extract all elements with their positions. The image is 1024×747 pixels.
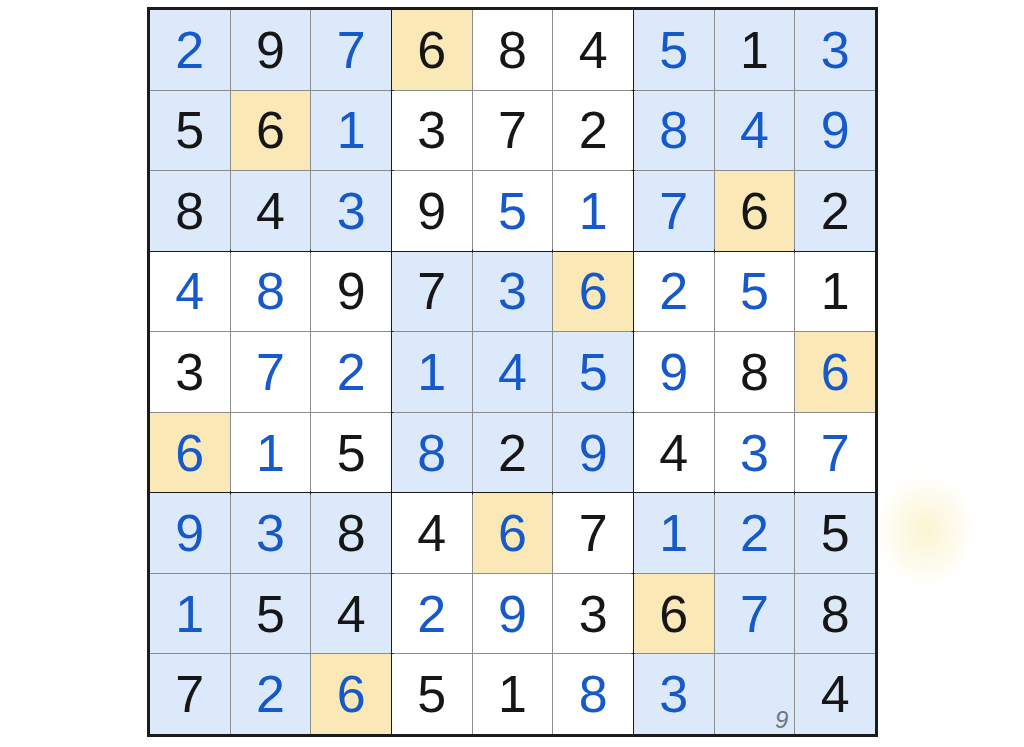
cell-r9c1[interactable]: 7 <box>150 654 230 734</box>
cell-r8c7[interactable]: 6 <box>634 574 714 654</box>
cell-r7c3[interactable]: 8 <box>311 493 391 573</box>
entered-digit: 2 <box>659 265 688 317</box>
entered-digit: 5 <box>498 185 527 237</box>
cell-r4c3[interactable]: 9 <box>311 252 391 332</box>
cell-r7c8[interactable]: 2 <box>715 493 795 573</box>
entered-digit: 8 <box>256 265 285 317</box>
cell-r3c3[interactable]: 3 <box>311 171 391 251</box>
cell-r8c2[interactable]: 5 <box>231 574 311 654</box>
entered-digit: 2 <box>256 668 285 720</box>
given-digit: 6 <box>417 24 446 76</box>
cell-r2c4[interactable]: 3 <box>392 91 472 171</box>
cell-r9c2[interactable]: 2 <box>231 654 311 734</box>
cell-r4c5[interactable]: 3 <box>473 252 553 332</box>
cell-r1c3[interactable]: 7 <box>311 10 391 90</box>
cell-r6c6[interactable]: 9 <box>553 413 633 493</box>
entered-digit: 2 <box>417 588 446 640</box>
cell-r6c2[interactable]: 1 <box>231 413 311 493</box>
given-digit: 7 <box>175 668 204 720</box>
cell-r7c4[interactable]: 4 <box>392 493 472 573</box>
cell-r5c5[interactable]: 4 <box>473 332 553 412</box>
entered-digit: 5 <box>579 346 608 398</box>
entered-digit: 9 <box>175 507 204 559</box>
entered-digit: 8 <box>417 427 446 479</box>
entered-digit: 2 <box>175 24 204 76</box>
entered-digit: 6 <box>175 427 204 479</box>
entered-digit: 2 <box>740 507 769 559</box>
cell-r6c4[interactable]: 8 <box>392 413 472 493</box>
cell-r3c6[interactable]: 1 <box>553 171 633 251</box>
entered-digit: 6 <box>579 265 608 317</box>
entered-digit: 9 <box>659 346 688 398</box>
given-digit: 9 <box>256 24 285 76</box>
cell-r4c1[interactable]: 4 <box>150 252 230 332</box>
entered-digit: 6 <box>337 668 366 720</box>
entered-digit: 5 <box>659 24 688 76</box>
entered-digit: 3 <box>337 185 366 237</box>
given-digit: 2 <box>579 104 608 156</box>
given-digit: 9 <box>417 185 446 237</box>
cell-r9c5[interactable]: 1 <box>473 654 553 734</box>
given-digit: 5 <box>417 668 446 720</box>
cell-r5c1[interactable]: 3 <box>150 332 230 412</box>
given-digit: 6 <box>256 104 285 156</box>
cell-r1c1[interactable]: 2 <box>150 10 230 90</box>
given-digit: 6 <box>740 185 769 237</box>
cell-r1c9[interactable]: 3 <box>795 10 875 90</box>
cell-r7c2[interactable]: 3 <box>231 493 311 573</box>
entered-digit: 1 <box>417 346 446 398</box>
given-digit: 2 <box>498 427 527 479</box>
entered-digit: 6 <box>821 346 850 398</box>
cell-r8c9[interactable]: 8 <box>795 574 875 654</box>
cell-r1c4[interactable]: 6 <box>392 10 472 90</box>
given-digit: 7 <box>417 265 446 317</box>
entered-digit: 7 <box>821 427 850 479</box>
entered-digit: 5 <box>740 265 769 317</box>
entered-digit: 7 <box>740 588 769 640</box>
given-digit: 8 <box>175 185 204 237</box>
cell-r6c5[interactable]: 2 <box>473 413 553 493</box>
cell-r4c2[interactable]: 8 <box>231 252 311 332</box>
entered-digit: 1 <box>659 507 688 559</box>
cell-r7c5[interactable]: 6 <box>473 493 553 573</box>
cell-r5c2[interactable]: 7 <box>231 332 311 412</box>
cell-r9c6[interactable]: 8 <box>553 654 633 734</box>
given-digit: 7 <box>498 104 527 156</box>
given-digit: 1 <box>740 24 769 76</box>
given-digit: 8 <box>821 588 850 640</box>
given-digit: 5 <box>256 588 285 640</box>
cell-r4c7[interactable]: 2 <box>634 252 714 332</box>
cell-r1c7[interactable]: 5 <box>634 10 714 90</box>
cell-r3c4[interactable]: 9 <box>392 171 472 251</box>
cell-r4c6[interactable]: 6 <box>553 252 633 332</box>
cell-r1c6[interactable]: 4 <box>553 10 633 90</box>
cell-r2c1[interactable]: 5 <box>150 91 230 171</box>
entered-digit: 3 <box>821 24 850 76</box>
cell-r1c2[interactable]: 9 <box>231 10 311 90</box>
pencil-mark: 9 <box>775 708 788 732</box>
entered-digit: 3 <box>256 507 285 559</box>
entered-digit: 8 <box>579 668 608 720</box>
cell-r1c5[interactable]: 8 <box>473 10 553 90</box>
cell-r9c4[interactable]: 5 <box>392 654 472 734</box>
given-digit: 5 <box>821 507 850 559</box>
given-digit: 7 <box>579 507 608 559</box>
cell-r8c6[interactable]: 3 <box>553 574 633 654</box>
cell-r2c9[interactable]: 9 <box>795 91 875 171</box>
entered-digit: 9 <box>498 588 527 640</box>
entered-digit: 7 <box>337 24 366 76</box>
given-digit: 8 <box>337 507 366 559</box>
cell-r6c9[interactable]: 7 <box>795 413 875 493</box>
cell-r5c4[interactable]: 1 <box>392 332 472 412</box>
cell-r6c7[interactable]: 4 <box>634 413 714 493</box>
given-digit: 8 <box>740 346 769 398</box>
entered-digit: 3 <box>740 427 769 479</box>
given-digit: 1 <box>821 265 850 317</box>
entered-digit: 7 <box>659 185 688 237</box>
cell-r3c2[interactable]: 4 <box>231 171 311 251</box>
cell-r6c8[interactable]: 3 <box>715 413 795 493</box>
cell-r7c7[interactable]: 1 <box>634 493 714 573</box>
entered-digit: 1 <box>337 104 366 156</box>
entered-digit: 9 <box>579 427 608 479</box>
entered-digit: 1 <box>579 185 608 237</box>
given-digit: 3 <box>417 104 446 156</box>
given-digit: 5 <box>175 104 204 156</box>
given-digit: 8 <box>498 24 527 76</box>
entered-digit: 4 <box>498 346 527 398</box>
entered-digit: 8 <box>659 104 688 156</box>
entered-digit: 4 <box>175 265 204 317</box>
entered-digit: 4 <box>740 104 769 156</box>
cell-r5c7[interactable]: 9 <box>634 332 714 412</box>
entered-digit: 3 <box>659 668 688 720</box>
cell-r2c6[interactable]: 2 <box>553 91 633 171</box>
cell-r8c3[interactable]: 4 <box>311 574 391 654</box>
cell-r8c4[interactable]: 2 <box>392 574 472 654</box>
cell-r6c3[interactable]: 5 <box>311 413 391 493</box>
cell-r4c4[interactable]: 7 <box>392 252 472 332</box>
given-digit: 4 <box>659 427 688 479</box>
cell-r5c3[interactable]: 2 <box>311 332 391 412</box>
entered-digit: 3 <box>498 265 527 317</box>
given-digit: 5 <box>337 427 366 479</box>
sudoku-board: 2976845135613728498439517624897362513721… <box>147 7 878 737</box>
cell-r4c9[interactable]: 1 <box>795 252 875 332</box>
given-digit: 1 <box>498 668 527 720</box>
given-digit: 4 <box>417 507 446 559</box>
cell-r3c8[interactable]: 6 <box>715 171 795 251</box>
cell-r3c5[interactable]: 5 <box>473 171 553 251</box>
given-digit: 9 <box>337 265 366 317</box>
entered-digit: 1 <box>256 427 285 479</box>
cell-r9c3[interactable]: 6 <box>311 654 391 734</box>
given-digit: 3 <box>175 346 204 398</box>
cell-r9c7[interactable]: 3 <box>634 654 714 734</box>
given-digit: 6 <box>659 588 688 640</box>
page-background: 2976845135613728498439517624897362513721… <box>0 0 1024 747</box>
cell-r4c8[interactable]: 5 <box>715 252 795 332</box>
cell-r7c1[interactable]: 9 <box>150 493 230 573</box>
given-digit: 4 <box>256 185 285 237</box>
entered-digit: 7 <box>256 346 285 398</box>
cell-r2c3[interactable]: 1 <box>311 91 391 171</box>
entered-digit: 9 <box>821 104 850 156</box>
given-digit: 4 <box>337 588 366 640</box>
cell-r8c8[interactable]: 7 <box>715 574 795 654</box>
cell-r3c7[interactable]: 7 <box>634 171 714 251</box>
cell-r7c9[interactable]: 5 <box>795 493 875 573</box>
given-digit: 4 <box>821 668 850 720</box>
cell-r1c8[interactable]: 1 <box>715 10 795 90</box>
cell-r3c9[interactable]: 2 <box>795 171 875 251</box>
given-digit: 2 <box>821 185 850 237</box>
given-digit: 3 <box>579 588 608 640</box>
cell-r3c1[interactable]: 8 <box>150 171 230 251</box>
entered-digit: 2 <box>337 346 366 398</box>
cell-r2c8[interactable]: 4 <box>715 91 795 171</box>
cell-r9c9[interactable]: 4 <box>795 654 875 734</box>
cell-r2c5[interactable]: 7 <box>473 91 553 171</box>
cell-r2c2[interactable]: 6 <box>231 91 311 171</box>
cell-r7c6[interactable]: 7 <box>553 493 633 573</box>
cell-r8c1[interactable]: 1 <box>150 574 230 654</box>
entered-digit: 1 <box>175 588 204 640</box>
cell-r5c8[interactable]: 8 <box>715 332 795 412</box>
cell-r9c8[interactable]: 9 <box>715 654 795 734</box>
cell-r6c1[interactable]: 6 <box>150 413 230 493</box>
cell-r5c9[interactable]: 6 <box>795 332 875 412</box>
cell-r2c7[interactable]: 8 <box>634 91 714 171</box>
cell-r5c6[interactable]: 5 <box>553 332 633 412</box>
given-digit: 4 <box>579 24 608 76</box>
cell-r8c5[interactable]: 9 <box>473 574 553 654</box>
entered-digit: 6 <box>498 507 527 559</box>
